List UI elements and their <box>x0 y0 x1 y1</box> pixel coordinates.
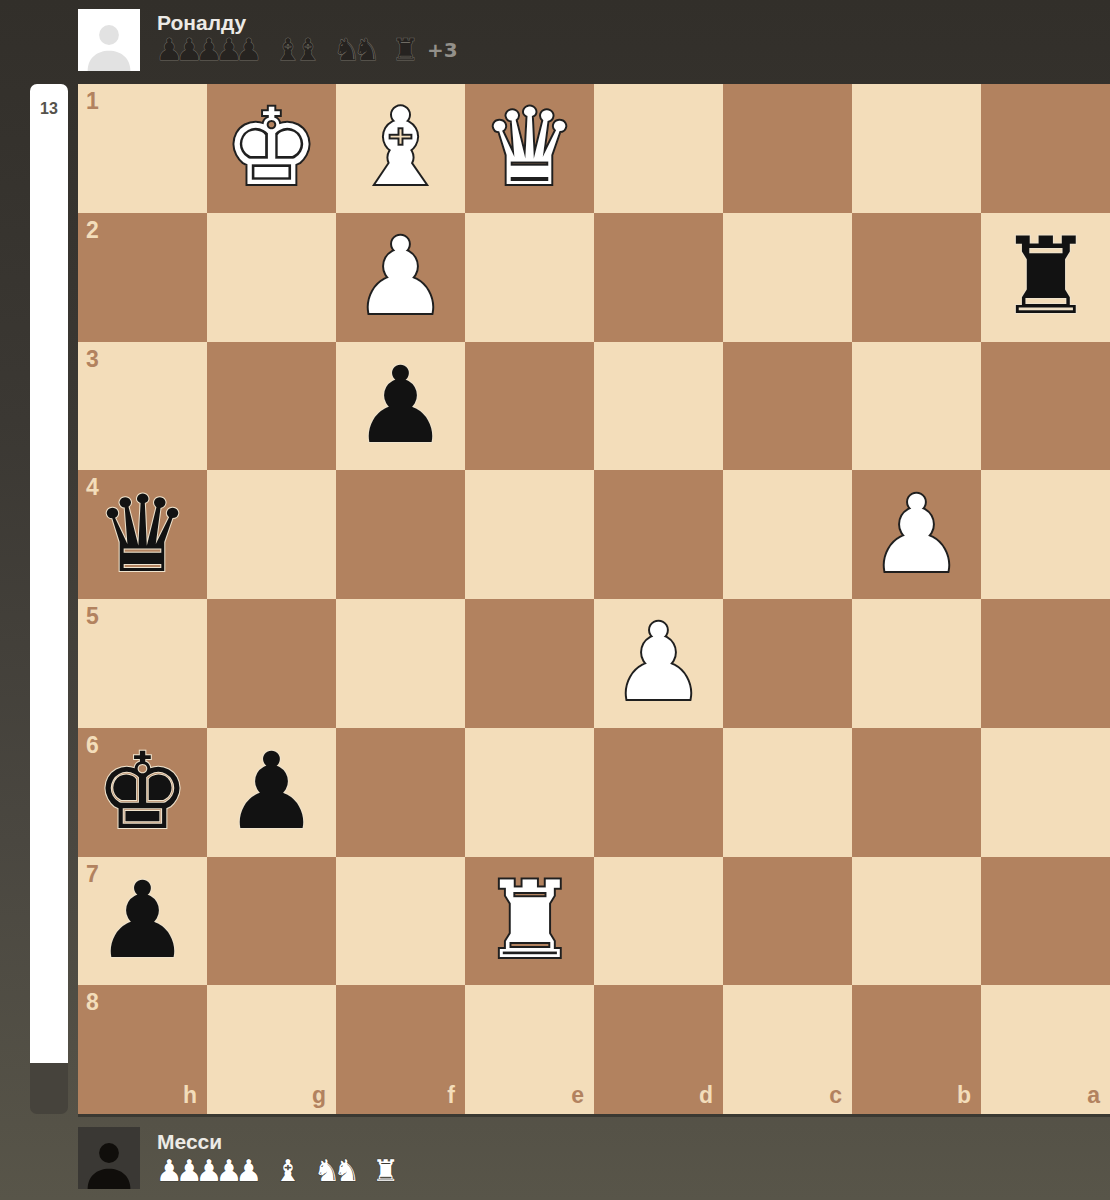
square-g4[interactable] <box>207 470 336 599</box>
file-label-d: d <box>699 1084 713 1107</box>
square-d2[interactable] <box>594 213 723 342</box>
square-b5[interactable] <box>852 599 981 728</box>
square-g1[interactable]: ♚ <box>207 84 336 213</box>
square-f8[interactable]: f <box>336 985 465 1114</box>
file-label-e: e <box>571 1084 584 1107</box>
square-a8[interactable]: a <box>981 985 1110 1114</box>
square-c2[interactable] <box>723 213 852 342</box>
square-e2[interactable] <box>465 213 594 342</box>
square-f3[interactable]: ♟ <box>336 342 465 471</box>
material-advantage: +3 <box>427 38 458 62</box>
square-a4[interactable] <box>981 470 1110 599</box>
eval-bar: 13 <box>30 84 68 1114</box>
file-label-f: f <box>447 1084 455 1107</box>
square-h8[interactable]: 8h <box>78 985 207 1114</box>
square-b2[interactable] <box>852 213 981 342</box>
file-label-c: c <box>829 1084 842 1107</box>
square-e7[interactable]: ♜ <box>465 857 594 986</box>
square-c5[interactable] <box>723 599 852 728</box>
square-g5[interactable] <box>207 599 336 728</box>
square-b1[interactable] <box>852 84 981 213</box>
square-b7[interactable] <box>852 857 981 986</box>
square-c6[interactable] <box>723 728 852 857</box>
captured-group-3: ♜ <box>392 33 431 67</box>
square-d3[interactable] <box>594 342 723 471</box>
square-c4[interactable] <box>723 470 852 599</box>
square-c3[interactable] <box>723 342 852 471</box>
square-e6[interactable] <box>465 728 594 857</box>
square-e8[interactable]: e <box>465 985 594 1114</box>
square-f2[interactable]: ♟ <box>336 213 465 342</box>
piece-black-king[interactable]: ♚ <box>78 728 207 857</box>
bottom-captured-pieces: ♟♟♟♟♟♝♞♞♜ <box>156 1154 411 1188</box>
piece-white-queen[interactable]: ♛ <box>465 84 594 213</box>
eval-score: 13 <box>30 100 68 118</box>
piece-white-bishop[interactable]: ♝ <box>336 84 465 213</box>
square-f5[interactable] <box>336 599 465 728</box>
square-a5[interactable] <box>981 599 1110 728</box>
square-a7[interactable] <box>981 857 1110 986</box>
square-b8[interactable]: b <box>852 985 981 1114</box>
square-d1[interactable] <box>594 84 723 213</box>
file-label-a: a <box>1087 1084 1100 1107</box>
square-f1[interactable]: ♝ <box>336 84 465 213</box>
file-label-g: g <box>312 1084 326 1107</box>
square-e1[interactable]: ♛ <box>465 84 594 213</box>
captured-group-1: ♝ <box>274 1154 313 1188</box>
square-g6[interactable]: ♟ <box>207 728 336 857</box>
square-f7[interactable] <box>336 857 465 986</box>
square-f6[interactable] <box>336 728 465 857</box>
square-c1[interactable] <box>723 84 852 213</box>
square-g2[interactable] <box>207 213 336 342</box>
square-g7[interactable] <box>207 857 336 986</box>
chess-app-screen: { "game": "chess", "position": "8/4R2p/6… <box>0 0 1110 1200</box>
square-a2[interactable]: ♜ <box>981 213 1110 342</box>
square-h4[interactable]: 4♛ <box>78 470 207 599</box>
captured-group-1: ♝♝ <box>274 33 333 67</box>
square-d8[interactable]: d <box>594 985 723 1114</box>
rank-label-8: 8 <box>86 991 99 1014</box>
square-h2[interactable]: 2 <box>78 213 207 342</box>
square-d4[interactable] <box>594 470 723 599</box>
top-player-bar: Роналду ♟♟♟♟♟♝♝♞♞♜+3 <box>0 0 1110 85</box>
captured-group-2: ♞♞ <box>333 33 392 67</box>
rank-label-3: 3 <box>86 348 99 371</box>
captured-group-0: ♟♟♟♟♟ <box>156 33 274 67</box>
bottom-player-bar: Месси ♟♟♟♟♟♝♞♞♜ <box>0 1114 1110 1200</box>
square-d5[interactable]: ♟ <box>594 599 723 728</box>
square-h3[interactable]: 3 <box>78 342 207 471</box>
rank-label-2: 2 <box>86 219 99 242</box>
file-label-b: b <box>957 1084 971 1107</box>
square-h7[interactable]: 7♟ <box>78 857 207 986</box>
square-h6[interactable]: 6♚ <box>78 728 207 857</box>
square-e4[interactable] <box>465 470 594 599</box>
piece-white-king[interactable]: ♚ <box>207 84 336 213</box>
square-g3[interactable] <box>207 342 336 471</box>
piece-white-pawn[interactable]: ♟ <box>852 470 981 599</box>
captured-group-2: ♞♞ <box>313 1154 372 1188</box>
square-b6[interactable] <box>852 728 981 857</box>
square-d6[interactable] <box>594 728 723 857</box>
square-c8[interactable]: c <box>723 985 852 1114</box>
captured-group-3: ♜ <box>372 1154 411 1188</box>
chess-board: 1♚♝♛2♟♜3♟4♛♟5♟6♚♟7♟♜8hgfedcba <box>78 84 1110 1114</box>
rank-label-5: 5 <box>86 605 99 628</box>
person-icon <box>82 17 136 71</box>
person-icon <box>82 1135 136 1189</box>
piece-black-pawn[interactable]: ♟ <box>207 728 336 857</box>
square-b3[interactable] <box>852 342 981 471</box>
square-a1[interactable] <box>981 84 1110 213</box>
file-label-h: h <box>183 1084 197 1107</box>
piece-white-pawn[interactable]: ♟ <box>336 213 465 342</box>
square-h1[interactable]: 1 <box>78 84 207 213</box>
bottom-player-avatar[interactable] <box>78 1127 140 1189</box>
piece-black-queen[interactable]: ♛ <box>78 470 207 599</box>
eval-bar-white-portion <box>30 84 68 1063</box>
captured-group-0: ♟♟♟♟♟ <box>156 1154 274 1188</box>
top-captured-pieces: ♟♟♟♟♟♝♝♞♞♜+3 <box>156 33 458 67</box>
square-a6[interactable] <box>981 728 1110 857</box>
rank-label-1: 1 <box>86 90 99 113</box>
square-b4[interactable]: ♟ <box>852 470 981 599</box>
square-f4[interactable] <box>336 470 465 599</box>
square-c7[interactable] <box>723 857 852 986</box>
bottom-player-name[interactable]: Месси <box>157 1130 222 1154</box>
piece-white-pawn[interactable]: ♟ <box>594 599 723 728</box>
square-e3[interactable] <box>465 342 594 471</box>
piece-black-rook[interactable]: ♜ <box>981 213 1110 342</box>
square-a3[interactable] <box>981 342 1110 471</box>
piece-white-rook[interactable]: ♜ <box>465 857 594 986</box>
square-e5[interactable] <box>465 599 594 728</box>
top-player-avatar[interactable] <box>78 9 140 71</box>
square-h5[interactable]: 5 <box>78 599 207 728</box>
piece-black-pawn[interactable]: ♟ <box>78 857 207 986</box>
square-d7[interactable] <box>594 857 723 986</box>
piece-black-pawn[interactable]: ♟ <box>336 342 465 471</box>
square-g8[interactable]: g <box>207 985 336 1114</box>
